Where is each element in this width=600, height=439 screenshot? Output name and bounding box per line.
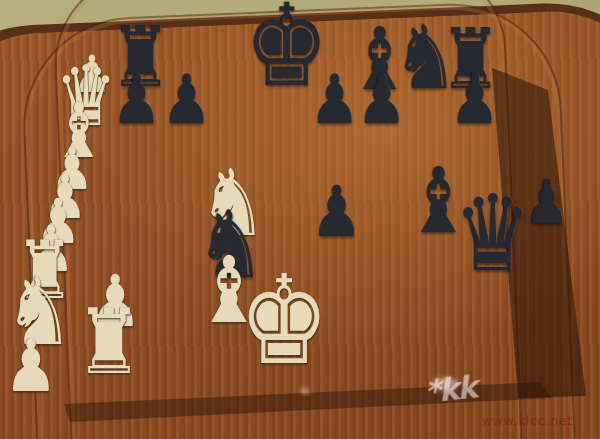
captured-black-pawn: ♟ (525, 172, 570, 233)
piece-black-pawn-a7[interactable]: ♟ (112, 66, 162, 134)
piece-white-rook-a1[interactable]: ♜ (76, 297, 142, 387)
piece-black-pawn-f7[interactable]: ♟ (357, 66, 407, 134)
chess-game-scene: ❧❧❧❧ ♜♚♝♞♜♟♟♟♟♟♞♟♝♞♛♟♝♜♚ ♟♛♝♟♟♟♟♜♞♟ ♟ *k… (0, 0, 600, 439)
piece-black-pawn-e4[interactable]: ♟ (312, 176, 364, 246)
paint-splotch (300, 388, 310, 394)
watermark-url: www.klcc.net (482, 414, 573, 428)
captured-white-pawn: ♟ (4, 330, 57, 403)
piece-black-pawn-e7[interactable]: ♟ (310, 66, 360, 134)
piece-black-queen-h3[interactable]: ♛ (454, 181, 531, 286)
piece-black-pawn-h7[interactable]: ♟ (450, 66, 500, 134)
piece-black-pawn-b7[interactable]: ♟ (163, 66, 213, 134)
piece-white-king-d1[interactable]: ♚ (239, 260, 330, 383)
